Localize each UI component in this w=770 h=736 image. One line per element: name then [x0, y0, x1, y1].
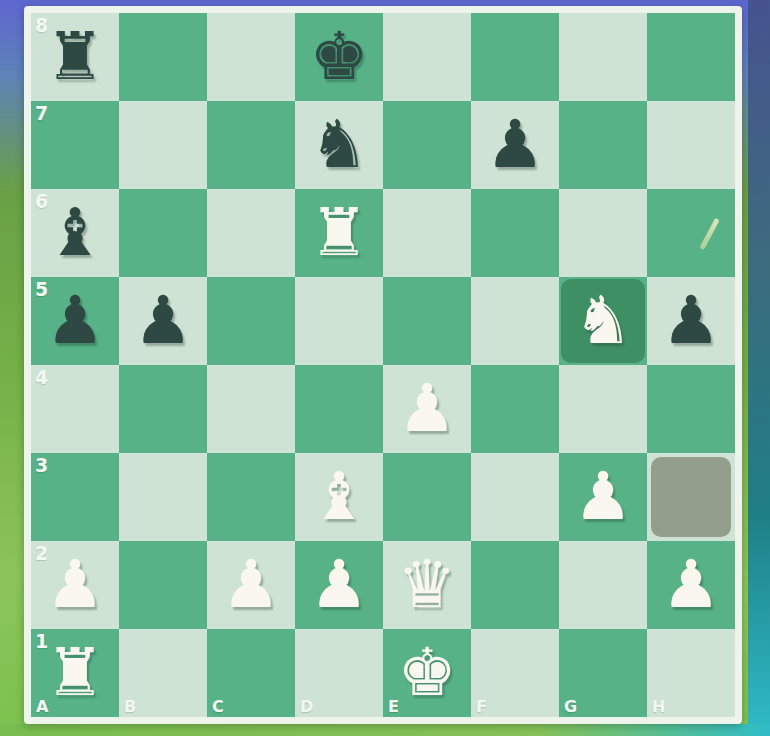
screen-bezel-bottom: [0, 724, 770, 736]
square-h2[interactable]: ♟: [647, 541, 735, 629]
piece-white-pawn[interactable]: ♟: [647, 541, 735, 629]
gray-overlay-square: [651, 457, 731, 537]
rank-label-5: 5: [35, 278, 48, 300]
square-d7[interactable]: ♞: [295, 101, 383, 189]
piece-white-queen[interactable]: ♛: [383, 541, 471, 629]
square-c6[interactable]: [207, 189, 295, 277]
piece-white-bishop[interactable]: ♝: [295, 453, 383, 541]
square-d4[interactable]: [295, 365, 383, 453]
file-label-g: G: [564, 697, 577, 716]
square-c4[interactable]: [207, 365, 295, 453]
square-f3[interactable]: [471, 453, 559, 541]
piece-white-pawn[interactable]: ♟: [207, 541, 295, 629]
square-c1[interactable]: C: [207, 629, 295, 717]
piece-white-knight[interactable]: ♞: [559, 277, 647, 365]
square-b4[interactable]: [119, 365, 207, 453]
square-g8[interactable]: [559, 13, 647, 101]
square-h5[interactable]: ♟: [647, 277, 735, 365]
square-e6[interactable]: [383, 189, 471, 277]
piece-white-pawn[interactable]: ♟: [559, 453, 647, 541]
square-b5[interactable]: ♟: [119, 277, 207, 365]
square-d1[interactable]: D: [295, 629, 383, 717]
square-g4[interactable]: [559, 365, 647, 453]
square-a1[interactable]: 1A♜: [31, 629, 119, 717]
square-f6[interactable]: [471, 189, 559, 277]
rank-label-8: 8: [35, 14, 48, 36]
square-e4[interactable]: ♟: [383, 365, 471, 453]
piece-black-pawn[interactable]: ♟: [119, 277, 207, 365]
square-d2[interactable]: ♟: [295, 541, 383, 629]
square-d6[interactable]: ♜: [295, 189, 383, 277]
square-d5[interactable]: [295, 277, 383, 365]
piece-white-pawn[interactable]: ♟: [295, 541, 383, 629]
square-g7[interactable]: [559, 101, 647, 189]
rank-label-7: 7: [35, 102, 48, 124]
chess-board: 8♜♚7♞♟6♝♜5♟♟♞♟4♟3♝♟2♟♟♟♛♟1A♜BCDE♚FGH: [31, 13, 735, 717]
file-label-h: H: [652, 697, 665, 716]
piece-white-rook[interactable]: ♜: [295, 189, 383, 277]
square-b7[interactable]: [119, 101, 207, 189]
rank-label-3: 3: [35, 454, 48, 476]
square-e3[interactable]: [383, 453, 471, 541]
square-f4[interactable]: [471, 365, 559, 453]
square-c5[interactable]: [207, 277, 295, 365]
square-a5[interactable]: 5♟: [31, 277, 119, 365]
square-g3[interactable]: ♟: [559, 453, 647, 541]
square-f2[interactable]: [471, 541, 559, 629]
square-e5[interactable]: [383, 277, 471, 365]
square-a8[interactable]: 8♜: [31, 13, 119, 101]
square-a3[interactable]: 3: [31, 453, 119, 541]
piece-black-pawn[interactable]: ♟: [471, 101, 559, 189]
piece-black-knight[interactable]: ♞: [295, 101, 383, 189]
square-h1[interactable]: H: [647, 629, 735, 717]
file-label-b: B: [124, 697, 136, 716]
rank-label-4: 4: [35, 366, 48, 388]
square-e8[interactable]: [383, 13, 471, 101]
square-h4[interactable]: [647, 365, 735, 453]
file-label-f: F: [476, 697, 487, 716]
screen-glare-artifact: [699, 218, 719, 250]
square-e1[interactable]: E♚: [383, 629, 471, 717]
square-e7[interactable]: [383, 101, 471, 189]
square-f5[interactable]: [471, 277, 559, 365]
square-a6[interactable]: 6♝: [31, 189, 119, 277]
piece-black-king[interactable]: ♚: [295, 13, 383, 101]
square-d3[interactable]: ♝: [295, 453, 383, 541]
square-d8[interactable]: ♚: [295, 13, 383, 101]
square-h8[interactable]: [647, 13, 735, 101]
piece-white-pawn[interactable]: ♟: [383, 365, 471, 453]
file-label-e: E: [388, 697, 399, 716]
square-b6[interactable]: [119, 189, 207, 277]
square-f7[interactable]: ♟: [471, 101, 559, 189]
file-label-d: D: [300, 697, 313, 716]
piece-black-pawn[interactable]: ♟: [647, 277, 735, 365]
square-a2[interactable]: 2♟: [31, 541, 119, 629]
square-b8[interactable]: [119, 13, 207, 101]
square-c3[interactable]: [207, 453, 295, 541]
file-label-a: A: [36, 697, 48, 716]
square-a4[interactable]: 4: [31, 365, 119, 453]
square-c8[interactable]: [207, 13, 295, 101]
file-label-c: C: [212, 697, 224, 716]
square-f8[interactable]: [471, 13, 559, 101]
square-h3[interactable]: [647, 453, 735, 541]
square-b2[interactable]: [119, 541, 207, 629]
square-f1[interactable]: F: [471, 629, 559, 717]
screen-bezel-right: [748, 0, 770, 736]
square-g2[interactable]: [559, 541, 647, 629]
chess-board-frame: 8♜♚7♞♟6♝♜5♟♟♞♟4♟3♝♟2♟♟♟♛♟1A♜BCDE♚FGH: [24, 6, 742, 724]
square-g1[interactable]: G: [559, 629, 647, 717]
square-c7[interactable]: [207, 101, 295, 189]
square-g6[interactable]: [559, 189, 647, 277]
square-b1[interactable]: B: [119, 629, 207, 717]
rank-label-1: 1: [35, 630, 48, 652]
square-c2[interactable]: ♟: [207, 541, 295, 629]
square-h7[interactable]: [647, 101, 735, 189]
rank-label-6: 6: [35, 190, 48, 212]
rank-label-2: 2: [35, 542, 48, 564]
square-b3[interactable]: [119, 453, 207, 541]
square-h6[interactable]: [647, 189, 735, 277]
square-g5[interactable]: ♞: [559, 277, 647, 365]
square-e2[interactable]: ♛: [383, 541, 471, 629]
square-a7[interactable]: 7: [31, 101, 119, 189]
